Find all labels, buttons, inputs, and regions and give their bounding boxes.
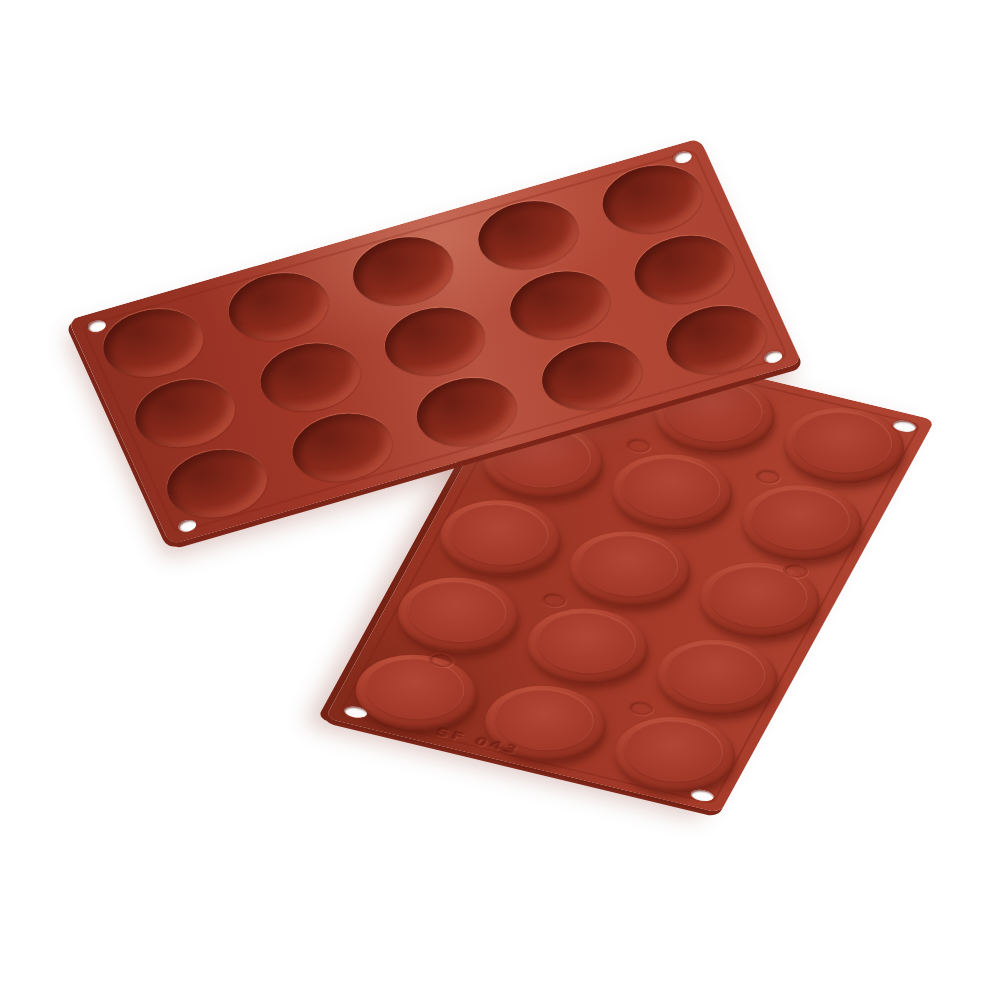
bump-top <box>612 711 736 790</box>
vent-ring-mark <box>625 698 656 717</box>
corner-hole <box>176 518 198 533</box>
cavity <box>466 191 590 280</box>
cavity <box>655 295 779 384</box>
vent-ring-mark <box>752 467 783 486</box>
cavity <box>155 439 279 528</box>
product-photo: SF 043 <box>0 0 1000 1000</box>
bump <box>725 474 877 572</box>
bump-top <box>609 448 733 527</box>
corner-hole <box>762 349 784 364</box>
corner-hole <box>672 150 694 165</box>
cavity <box>405 367 529 456</box>
cavity <box>373 297 497 386</box>
bump-top <box>781 402 905 481</box>
bump <box>641 629 793 727</box>
bump <box>511 597 663 695</box>
bump-top <box>525 603 649 682</box>
bump <box>683 551 835 649</box>
cavity <box>341 226 465 315</box>
bump <box>596 443 748 541</box>
cavity <box>216 262 340 351</box>
bump <box>768 397 920 495</box>
cavity <box>530 331 654 420</box>
corner-hole <box>689 788 716 803</box>
cavity <box>280 403 404 492</box>
bump-top <box>739 480 863 559</box>
bump <box>340 644 492 742</box>
bump-top <box>353 649 477 728</box>
bump-top <box>567 526 691 605</box>
cavity <box>498 261 622 350</box>
cavity <box>91 298 215 387</box>
vent-ring-mark <box>622 436 653 455</box>
cavity <box>591 155 715 244</box>
bump <box>599 706 751 804</box>
bump <box>382 566 534 664</box>
vent-ring-mark <box>538 590 569 609</box>
bump <box>554 520 706 618</box>
corner-hole <box>86 318 108 333</box>
cavity <box>623 225 747 314</box>
bump-top <box>654 634 778 713</box>
bump-top <box>438 495 562 574</box>
cavity-grid <box>68 138 700 320</box>
bump-top <box>395 572 519 651</box>
bump <box>424 489 576 587</box>
bump <box>469 675 621 773</box>
cavity <box>123 369 247 458</box>
cavity <box>248 333 372 422</box>
